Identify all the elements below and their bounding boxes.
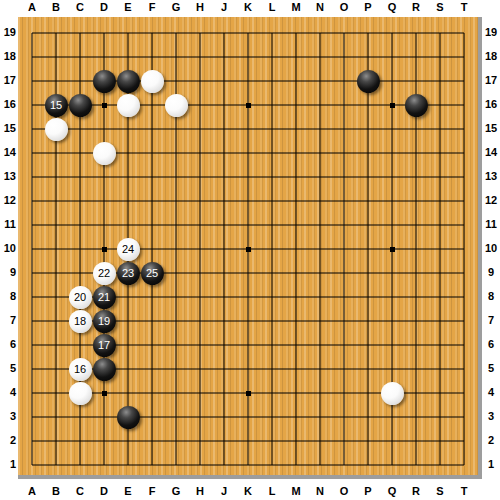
board-intersection[interactable] [140, 237, 164, 261]
board-intersection[interactable] [116, 429, 140, 453]
board-intersection[interactable] [116, 189, 140, 213]
board-intersection[interactable] [308, 429, 332, 453]
board-intersection[interactable] [236, 453, 260, 477]
board-intersection[interactable] [356, 165, 380, 189]
board-intersection[interactable] [212, 333, 236, 357]
board-intersection[interactable] [308, 69, 332, 93]
board-intersection[interactable] [116, 165, 140, 189]
board-intersection[interactable] [260, 69, 284, 93]
board-intersection[interactable] [20, 45, 44, 69]
board-intersection[interactable] [284, 285, 308, 309]
board-intersection[interactable] [452, 45, 476, 69]
board-intersection[interactable] [284, 381, 308, 405]
board-intersection[interactable] [20, 189, 44, 213]
board-intersection[interactable] [116, 213, 140, 237]
board-intersection[interactable] [308, 285, 332, 309]
board-intersection[interactable] [212, 357, 236, 381]
white-stone[interactable] [165, 94, 188, 117]
board-intersection[interactable] [116, 405, 140, 429]
board-intersection[interactable] [68, 69, 92, 93]
board-intersection[interactable] [212, 69, 236, 93]
black-stone[interactable]: 19 [93, 310, 116, 333]
board-intersection[interactable] [188, 21, 212, 45]
board-intersection[interactable] [44, 261, 68, 285]
board-intersection[interactable] [116, 333, 140, 357]
board-intersection[interactable] [308, 357, 332, 381]
board-intersection[interactable] [188, 237, 212, 261]
board-intersection[interactable] [284, 237, 308, 261]
board-intersection[interactable] [20, 261, 44, 285]
board-intersection[interactable] [164, 141, 188, 165]
board-intersection[interactable] [260, 429, 284, 453]
board-intersection[interactable] [188, 69, 212, 93]
board-intersection[interactable] [92, 357, 116, 381]
board-intersection[interactable] [140, 21, 164, 45]
board-intersection[interactable] [332, 357, 356, 381]
board-intersection[interactable] [68, 333, 92, 357]
board-intersection[interactable] [428, 69, 452, 93]
board-intersection[interactable] [308, 237, 332, 261]
board-intersection[interactable] [308, 189, 332, 213]
board-intersection[interactable] [44, 333, 68, 357]
board-intersection[interactable] [212, 453, 236, 477]
board-intersection[interactable] [428, 45, 452, 69]
board-intersection[interactable] [380, 429, 404, 453]
board-intersection[interactable] [188, 429, 212, 453]
board-intersection[interactable] [20, 69, 44, 93]
board-intersection[interactable] [308, 165, 332, 189]
board-intersection[interactable] [428, 429, 452, 453]
board-intersection[interactable] [428, 357, 452, 381]
board-intersection[interactable]: 22 [92, 261, 116, 285]
board-intersection[interactable] [404, 429, 428, 453]
white-stone[interactable] [141, 70, 164, 93]
board-intersection[interactable] [236, 165, 260, 189]
board-intersection[interactable] [116, 141, 140, 165]
board-intersection[interactable] [284, 213, 308, 237]
black-stone[interactable]: 23 [117, 262, 140, 285]
board-intersection[interactable] [236, 333, 260, 357]
board-intersection[interactable] [212, 21, 236, 45]
board-intersection[interactable] [404, 405, 428, 429]
board-intersection[interactable] [332, 309, 356, 333]
board-intersection[interactable] [68, 213, 92, 237]
board-intersection[interactable] [356, 237, 380, 261]
board-intersection[interactable] [164, 453, 188, 477]
white-stone[interactable]: 16 [69, 358, 92, 381]
board-intersection[interactable] [236, 117, 260, 141]
board-intersection[interactable] [380, 117, 404, 141]
board-intersection[interactable] [284, 69, 308, 93]
board-intersection[interactable] [236, 261, 260, 285]
board-intersection[interactable] [188, 141, 212, 165]
board-intersection[interactable] [308, 117, 332, 141]
board-intersection[interactable] [92, 93, 116, 117]
board-intersection[interactable] [260, 381, 284, 405]
board-intersection[interactable] [212, 93, 236, 117]
board-intersection[interactable] [380, 261, 404, 285]
board-intersection[interactable] [188, 45, 212, 69]
board-intersection[interactable] [20, 285, 44, 309]
board-intersection[interactable] [404, 117, 428, 141]
board-intersection[interactable] [44, 237, 68, 261]
board-intersection[interactable] [428, 453, 452, 477]
board-intersection[interactable]: 24 [116, 237, 140, 261]
board-intersection[interactable]: 18 [68, 309, 92, 333]
board-intersection[interactable] [356, 333, 380, 357]
board-intersection[interactable] [236, 93, 260, 117]
board-intersection[interactable] [140, 333, 164, 357]
board-intersection[interactable] [356, 381, 380, 405]
board-intersection[interactable] [236, 357, 260, 381]
board-intersection[interactable] [284, 189, 308, 213]
board-intersection[interactable] [92, 405, 116, 429]
board-intersection[interactable] [44, 69, 68, 93]
board-intersection[interactable] [188, 285, 212, 309]
board-intersection[interactable] [452, 189, 476, 213]
board-intersection[interactable] [380, 141, 404, 165]
board-intersection[interactable] [404, 237, 428, 261]
board-intersection[interactable] [140, 381, 164, 405]
board-intersection[interactable] [284, 405, 308, 429]
board-intersection[interactable] [212, 429, 236, 453]
board-intersection[interactable] [332, 45, 356, 69]
board-intersection[interactable] [212, 165, 236, 189]
board-intersection[interactable] [188, 165, 212, 189]
board-intersection[interactable] [68, 189, 92, 213]
board-intersection[interactable] [356, 69, 380, 93]
board-intersection[interactable] [260, 117, 284, 141]
board-intersection[interactable] [308, 381, 332, 405]
board-intersection[interactable] [92, 237, 116, 261]
board-intersection[interactable] [452, 213, 476, 237]
board-intersection[interactable] [44, 381, 68, 405]
board-intersection[interactable] [212, 405, 236, 429]
board-intersection[interactable] [284, 165, 308, 189]
board-intersection[interactable] [164, 309, 188, 333]
board-intersection[interactable] [92, 189, 116, 213]
board-intersection[interactable] [20, 333, 44, 357]
board-intersection[interactable] [260, 237, 284, 261]
board-intersection[interactable] [428, 165, 452, 189]
black-stone[interactable] [93, 358, 116, 381]
white-stone[interactable]: 24 [117, 238, 140, 261]
board-intersection[interactable] [44, 45, 68, 69]
board-intersection[interactable] [164, 45, 188, 69]
board-intersection[interactable] [452, 381, 476, 405]
black-stone[interactable] [405, 94, 428, 117]
board-intersection[interactable] [260, 45, 284, 69]
black-stone[interactable] [69, 94, 92, 117]
board-intersection[interactable] [404, 141, 428, 165]
board-intersection[interactable] [212, 45, 236, 69]
board-intersection[interactable] [164, 213, 188, 237]
board-intersection[interactable] [20, 381, 44, 405]
board-intersection[interactable] [188, 381, 212, 405]
board-intersection[interactable] [284, 141, 308, 165]
board-intersection[interactable] [332, 453, 356, 477]
board-intersection[interactable] [20, 141, 44, 165]
board-intersection[interactable] [236, 141, 260, 165]
board-intersection[interactable] [428, 405, 452, 429]
board-intersection[interactable] [380, 357, 404, 381]
black-stone[interactable]: 21 [93, 286, 116, 309]
board-intersection[interactable] [452, 21, 476, 45]
board-intersection[interactable] [356, 285, 380, 309]
board-intersection[interactable] [44, 429, 68, 453]
board-intersection[interactable] [380, 453, 404, 477]
board-intersection[interactable] [332, 189, 356, 213]
board-intersection[interactable] [140, 309, 164, 333]
board-intersection[interactable] [428, 21, 452, 45]
board-intersection[interactable] [212, 141, 236, 165]
board-intersection[interactable] [332, 261, 356, 285]
board-intersection[interactable] [164, 357, 188, 381]
board-intersection[interactable] [308, 45, 332, 69]
black-stone[interactable] [93, 70, 116, 93]
board-intersection[interactable] [20, 213, 44, 237]
board-intersection[interactable] [284, 21, 308, 45]
board-intersection[interactable] [20, 405, 44, 429]
board-intersection[interactable] [404, 213, 428, 237]
board-intersection[interactable] [20, 453, 44, 477]
board-intersection[interactable] [332, 165, 356, 189]
black-stone[interactable]: 15 [45, 94, 68, 117]
board-intersection[interactable] [212, 285, 236, 309]
board-intersection[interactable] [20, 357, 44, 381]
board-intersection[interactable] [452, 69, 476, 93]
board-intersection[interactable] [164, 93, 188, 117]
board-intersection[interactable] [92, 453, 116, 477]
board-intersection[interactable] [164, 189, 188, 213]
board-intersection[interactable] [332, 117, 356, 141]
white-stone[interactable]: 18 [69, 310, 92, 333]
board-intersection[interactable] [380, 93, 404, 117]
board-intersection[interactable] [452, 261, 476, 285]
board-intersection[interactable] [284, 93, 308, 117]
board-intersection[interactable] [284, 429, 308, 453]
white-stone[interactable]: 20 [69, 286, 92, 309]
board-intersection[interactable] [260, 21, 284, 45]
board-intersection[interactable] [284, 357, 308, 381]
black-stone[interactable] [117, 406, 140, 429]
board-intersection[interactable] [452, 117, 476, 141]
board-intersection[interactable] [44, 165, 68, 189]
board-intersection[interactable] [332, 213, 356, 237]
board-intersection[interactable] [284, 45, 308, 69]
board-intersection[interactable] [44, 357, 68, 381]
board-intersection[interactable] [260, 405, 284, 429]
board-intersection[interactable] [404, 165, 428, 189]
board-intersection[interactable] [164, 165, 188, 189]
board-intersection[interactable] [236, 429, 260, 453]
board-intersection[interactable] [380, 405, 404, 429]
go-board[interactable]: 1524222325202118191716 [18, 17, 482, 479]
board-intersection[interactable] [380, 165, 404, 189]
board-intersection[interactable] [44, 117, 68, 141]
board-intersection[interactable] [20, 21, 44, 45]
board-intersection[interactable] [308, 93, 332, 117]
white-stone[interactable]: 22 [93, 262, 116, 285]
board-intersection[interactable] [44, 213, 68, 237]
board-intersection[interactable] [92, 141, 116, 165]
board-intersection[interactable] [140, 429, 164, 453]
board-intersection[interactable] [164, 117, 188, 141]
board-intersection[interactable] [140, 141, 164, 165]
board-intersection[interactable] [332, 429, 356, 453]
white-stone[interactable] [45, 118, 68, 141]
board-intersection[interactable] [452, 357, 476, 381]
board-intersection[interactable] [140, 93, 164, 117]
board-intersection[interactable] [284, 453, 308, 477]
board-intersection[interactable] [236, 45, 260, 69]
board-intersection[interactable] [284, 309, 308, 333]
board-intersection[interactable] [356, 189, 380, 213]
board-intersection[interactable] [380, 21, 404, 45]
board-intersection[interactable] [236, 285, 260, 309]
board-intersection[interactable] [404, 21, 428, 45]
board-intersection[interactable] [404, 189, 428, 213]
board-intersection[interactable] [92, 429, 116, 453]
board-intersection[interactable] [68, 141, 92, 165]
board-intersection[interactable] [140, 69, 164, 93]
board-intersection[interactable] [20, 165, 44, 189]
board-intersection[interactable] [404, 93, 428, 117]
board-intersection[interactable] [356, 261, 380, 285]
board-intersection[interactable] [44, 453, 68, 477]
board-intersection[interactable] [332, 69, 356, 93]
board-intersection[interactable] [356, 429, 380, 453]
board-intersection[interactable] [44, 21, 68, 45]
black-stone[interactable]: 17 [93, 334, 116, 357]
board-intersection[interactable] [332, 333, 356, 357]
board-intersection[interactable] [332, 141, 356, 165]
board-intersection[interactable] [164, 237, 188, 261]
board-intersection[interactable] [308, 309, 332, 333]
board-intersection[interactable] [260, 333, 284, 357]
board-intersection[interactable] [68, 453, 92, 477]
board-intersection[interactable] [68, 237, 92, 261]
board-intersection[interactable] [236, 69, 260, 93]
board-intersection[interactable] [356, 93, 380, 117]
board-intersection[interactable] [188, 213, 212, 237]
board-intersection[interactable] [188, 453, 212, 477]
board-intersection[interactable] [188, 261, 212, 285]
board-intersection[interactable] [452, 429, 476, 453]
board-intersection[interactable] [260, 189, 284, 213]
board-intersection[interactable] [428, 213, 452, 237]
board-intersection[interactable]: 15 [44, 93, 68, 117]
board-intersection[interactable] [380, 69, 404, 93]
board-intersection[interactable] [164, 285, 188, 309]
board-intersection[interactable] [308, 453, 332, 477]
board-intersection[interactable] [92, 21, 116, 45]
board-intersection[interactable] [44, 141, 68, 165]
board-intersection[interactable] [260, 141, 284, 165]
board-intersection[interactable] [164, 333, 188, 357]
board-intersection[interactable] [140, 213, 164, 237]
board-intersection[interactable] [20, 237, 44, 261]
board-intersection[interactable] [92, 165, 116, 189]
black-stone[interactable] [357, 70, 380, 93]
board-intersection[interactable] [68, 93, 92, 117]
board-intersection[interactable] [20, 309, 44, 333]
board-intersection[interactable] [20, 429, 44, 453]
board-intersection[interactable] [236, 309, 260, 333]
board-intersection[interactable] [116, 93, 140, 117]
board-intersection[interactable] [212, 237, 236, 261]
board-intersection[interactable] [68, 165, 92, 189]
board-intersection[interactable] [236, 189, 260, 213]
board-intersection[interactable] [260, 453, 284, 477]
board-intersection[interactable] [116, 309, 140, 333]
board-intersection[interactable] [164, 381, 188, 405]
board-intersection[interactable] [116, 357, 140, 381]
board-intersection[interactable] [284, 261, 308, 285]
board-intersection[interactable] [452, 405, 476, 429]
board-intersection[interactable] [452, 141, 476, 165]
board-intersection[interactable]: 17 [92, 333, 116, 357]
board-intersection[interactable] [308, 261, 332, 285]
board-intersection[interactable] [188, 189, 212, 213]
board-intersection[interactable] [308, 21, 332, 45]
board-intersection[interactable] [188, 333, 212, 357]
board-intersection[interactable] [164, 69, 188, 93]
board-intersection[interactable] [44, 189, 68, 213]
board-intersection[interactable] [332, 405, 356, 429]
board-intersection[interactable] [308, 333, 332, 357]
board-intersection[interactable] [404, 309, 428, 333]
board-intersection[interactable] [68, 117, 92, 141]
board-intersection[interactable] [68, 429, 92, 453]
board-intersection[interactable] [212, 261, 236, 285]
board-intersection[interactable] [428, 309, 452, 333]
board-intersection[interactable] [452, 309, 476, 333]
board-intersection[interactable] [332, 93, 356, 117]
board-intersection[interactable] [212, 309, 236, 333]
board-intersection[interactable] [116, 453, 140, 477]
board-intersection[interactable] [20, 117, 44, 141]
board-intersection[interactable] [140, 45, 164, 69]
board-intersection[interactable] [332, 21, 356, 45]
board-intersection[interactable] [140, 117, 164, 141]
board-intersection[interactable] [356, 141, 380, 165]
board-intersection[interactable]: 19 [92, 309, 116, 333]
board-intersection[interactable] [212, 213, 236, 237]
board-intersection[interactable] [452, 333, 476, 357]
board-intersection[interactable] [260, 309, 284, 333]
board-intersection[interactable] [212, 189, 236, 213]
board-intersection[interactable] [356, 309, 380, 333]
board-intersection[interactable] [452, 285, 476, 309]
board-intersection[interactable] [356, 405, 380, 429]
board-intersection[interactable] [308, 141, 332, 165]
board-intersection[interactable] [428, 93, 452, 117]
board-intersection[interactable] [20, 93, 44, 117]
board-intersection[interactable] [452, 93, 476, 117]
black-stone[interactable] [117, 70, 140, 93]
board-intersection[interactable] [68, 261, 92, 285]
board-intersection[interactable] [428, 237, 452, 261]
board-intersection[interactable] [68, 381, 92, 405]
board-intersection[interactable]: 23 [116, 261, 140, 285]
board-intersection[interactable] [140, 453, 164, 477]
board-intersection[interactable] [404, 357, 428, 381]
board-intersection[interactable] [116, 381, 140, 405]
board-intersection[interactable] [452, 237, 476, 261]
board-intersection[interactable] [140, 357, 164, 381]
board-intersection[interactable] [452, 165, 476, 189]
